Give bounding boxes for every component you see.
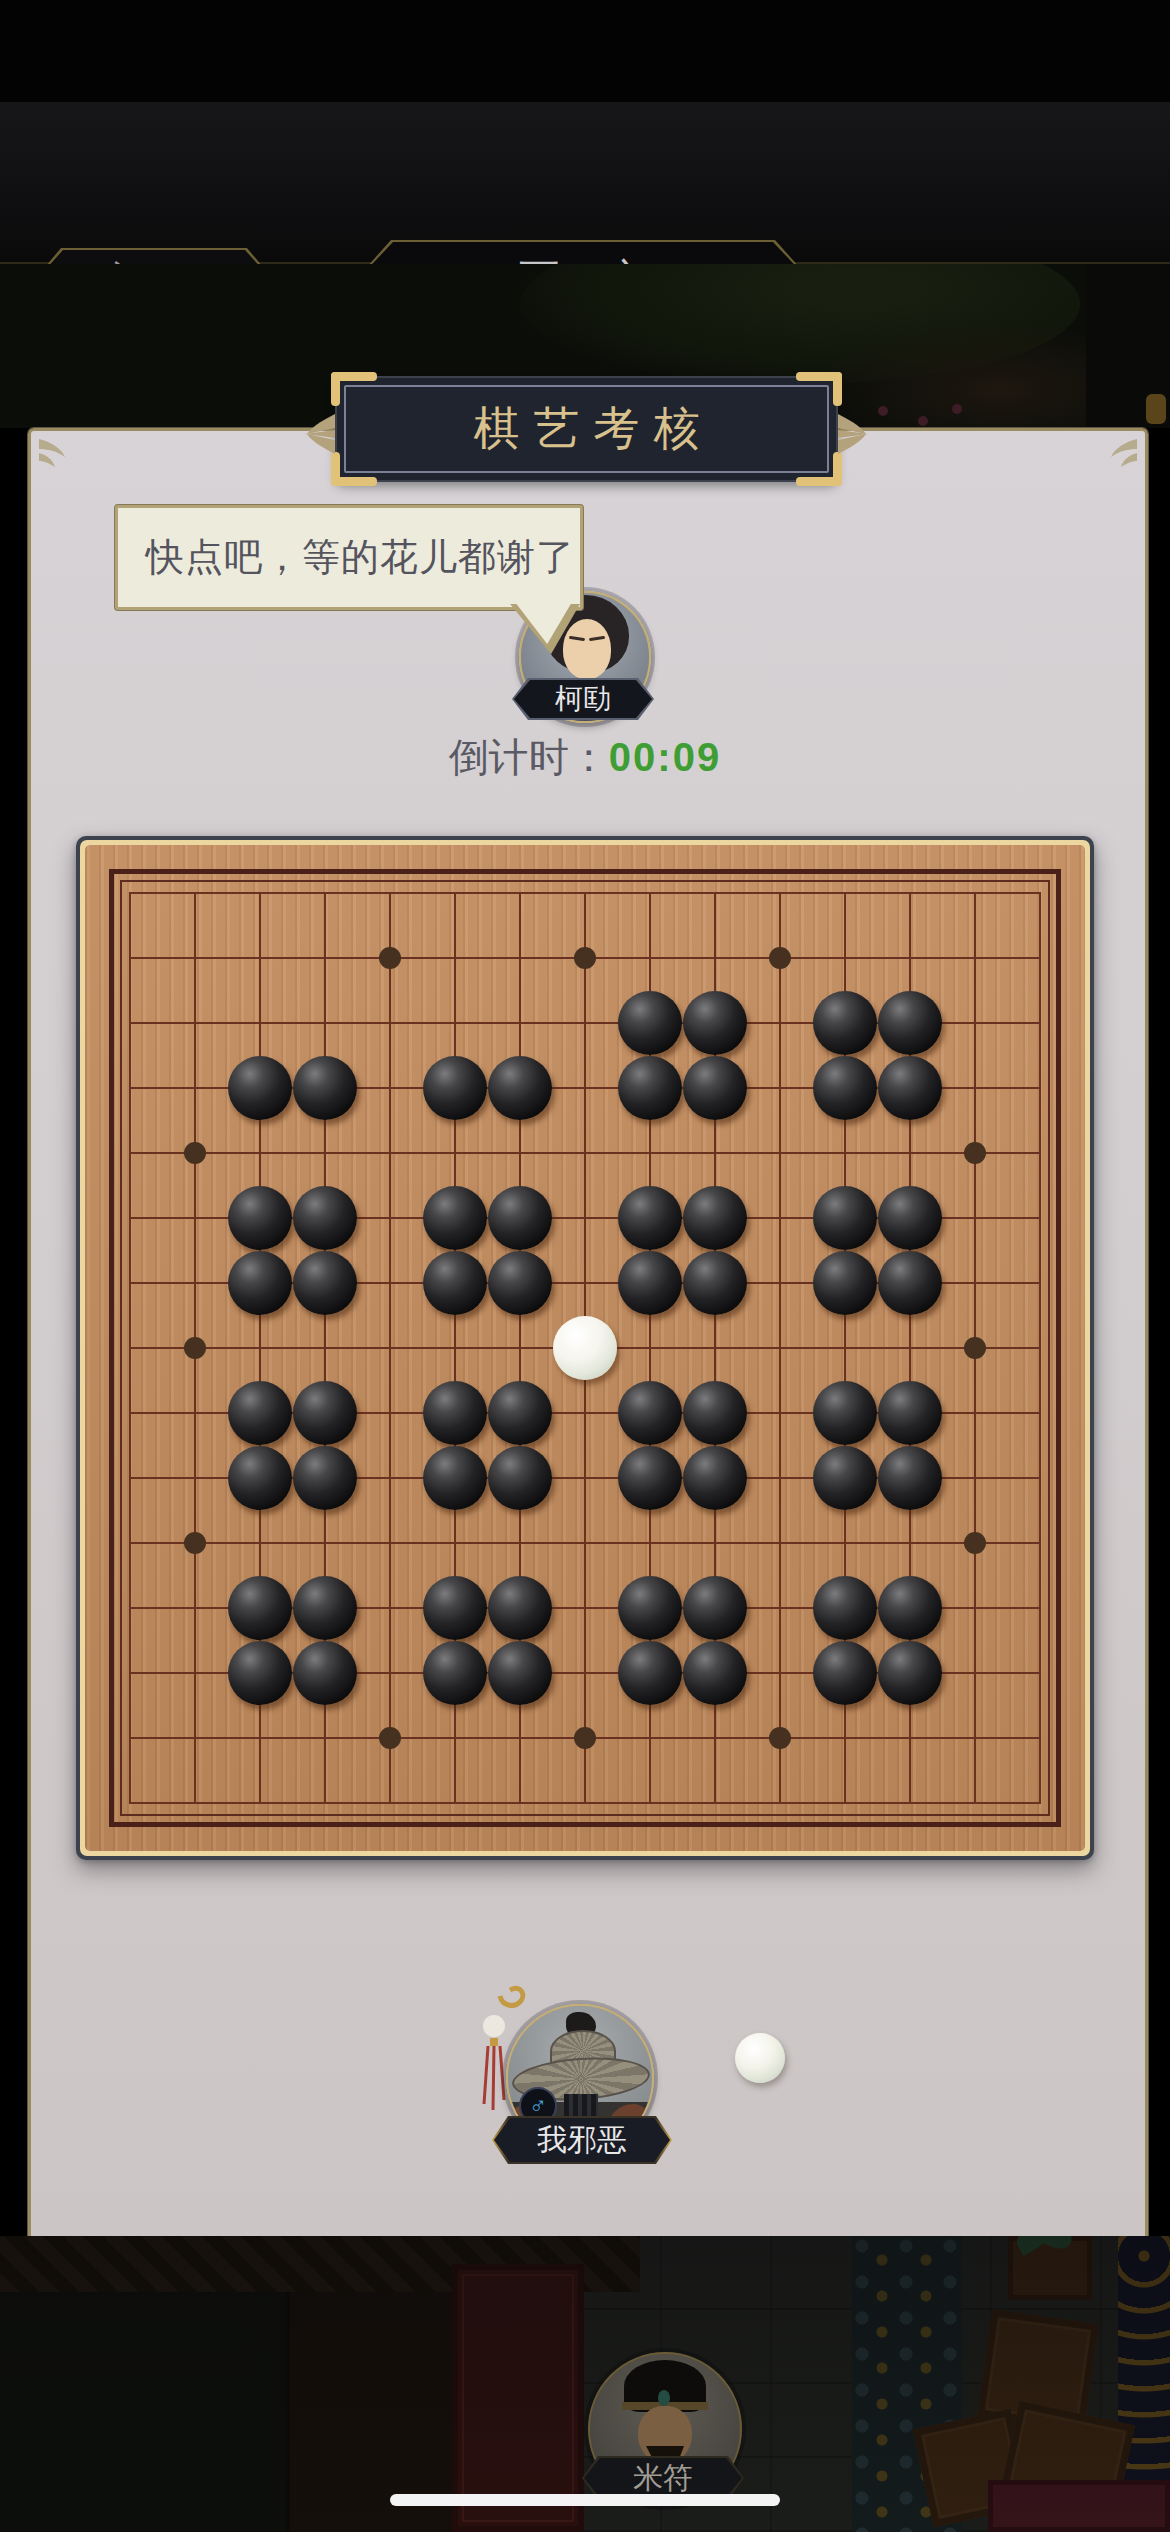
- black-stone: [618, 991, 682, 1055]
- black-stone: [683, 1641, 747, 1705]
- flower-decoration: [918, 416, 928, 426]
- black-stone: [878, 1576, 942, 1640]
- black-stone: [293, 1186, 357, 1250]
- exam-title: 棋艺考核: [337, 378, 836, 480]
- black-stone: [423, 1576, 487, 1640]
- black-stone: [813, 1381, 877, 1445]
- player-name: 我邪恶: [492, 2116, 672, 2164]
- plaque-wing-ornament: [838, 412, 868, 456]
- gold-ornament: [1146, 394, 1166, 424]
- black-stone: [618, 1576, 682, 1640]
- star-point: [379, 947, 401, 969]
- star-point: [964, 1532, 986, 1554]
- black-stone: [878, 1641, 942, 1705]
- star-point: [769, 1727, 791, 1749]
- speech-text: 快点吧，等的花儿都谢了: [146, 508, 575, 607]
- star-point: [574, 947, 596, 969]
- black-stone: [228, 1446, 292, 1510]
- black-stone: [813, 1641, 877, 1705]
- countdown-label: 倒计时：: [449, 735, 609, 779]
- black-stone: [488, 1251, 552, 1315]
- black-stone: [423, 1251, 487, 1315]
- star-point: [964, 1337, 986, 1359]
- black-stone: [683, 1056, 747, 1120]
- black-stone: [878, 1251, 942, 1315]
- star-point: [769, 947, 791, 969]
- home-indicator[interactable]: [390, 2494, 780, 2506]
- opponent-nameplate: 柯劻: [512, 678, 654, 720]
- star-point: [964, 1142, 986, 1164]
- top-bar: 离 开 西 市: [0, 102, 1170, 264]
- black-stone: [813, 1251, 877, 1315]
- star-point: [379, 1727, 401, 1749]
- black-stone: [228, 1576, 292, 1640]
- star-point: [184, 1142, 206, 1164]
- black-stone: [813, 1446, 877, 1510]
- black-stone: [488, 1381, 552, 1445]
- black-stone: [683, 1576, 747, 1640]
- black-stone: [228, 1251, 292, 1315]
- black-stone: [488, 1446, 552, 1510]
- black-stone: [293, 1251, 357, 1315]
- flower-decoration: [952, 404, 962, 414]
- black-stone: [813, 1056, 877, 1120]
- player-white-stone-indicator: [735, 2033, 785, 2083]
- black-stone: [228, 1186, 292, 1250]
- opponent-name: 柯劻: [512, 678, 654, 720]
- black-stone: [228, 1641, 292, 1705]
- black-stone: [293, 1641, 357, 1705]
- black-stone: [813, 991, 877, 1055]
- black-stone: [618, 1641, 682, 1705]
- black-stone: [423, 1446, 487, 1510]
- black-stone: [488, 1056, 552, 1120]
- status-bar: [0, 0, 1170, 102]
- black-stone: [683, 1251, 747, 1315]
- black-stone: [683, 1446, 747, 1510]
- exam-title-plaque: 棋艺考核: [337, 378, 836, 480]
- countdown: 倒计时：00:09: [0, 730, 1170, 785]
- black-stone: [878, 1381, 942, 1445]
- black-stone: [228, 1381, 292, 1445]
- black-stone: [683, 991, 747, 1055]
- black-stone: [423, 1056, 487, 1120]
- panel-corner-ornament: [1105, 437, 1139, 471]
- black-stone: [878, 1446, 942, 1510]
- black-stone: [618, 1056, 682, 1120]
- black-stone: [488, 1576, 552, 1640]
- black-stone: [293, 1381, 357, 1445]
- countdown-value: 00:09: [609, 735, 721, 779]
- black-stone: [293, 1446, 357, 1510]
- black-stone: [423, 1641, 487, 1705]
- panel-corner-ornament: [37, 437, 71, 471]
- black-stone: [488, 1186, 552, 1250]
- black-stone: [618, 1186, 682, 1250]
- black-stone: [813, 1576, 877, 1640]
- black-stone: [293, 1576, 357, 1640]
- black-stone: [293, 1056, 357, 1120]
- star-point: [574, 1727, 596, 1749]
- black-stone: [878, 1056, 942, 1120]
- black-stone: [618, 1381, 682, 1445]
- black-stone: [423, 1381, 487, 1445]
- black-stone: [683, 1186, 747, 1250]
- black-stone: [878, 991, 942, 1055]
- black-stone: [618, 1251, 682, 1315]
- goban-board: [76, 836, 1094, 1860]
- black-stone: [618, 1446, 682, 1510]
- speech-bubble: 快点吧，等的花儿都谢了: [115, 505, 583, 610]
- black-stone: [813, 1186, 877, 1250]
- black-stone: [228, 1056, 292, 1120]
- black-stone: [878, 1186, 942, 1250]
- plaque-wing-ornament: [305, 412, 335, 456]
- star-point: [184, 1532, 206, 1554]
- board-grid[interactable]: [129, 892, 1041, 1804]
- black-stone: [683, 1381, 747, 1445]
- black-stone: [488, 1641, 552, 1705]
- star-point: [184, 1337, 206, 1359]
- white-stone: [553, 1316, 617, 1380]
- flower-decoration: [878, 406, 888, 416]
- game-screen: 离 开 西 市: [0, 0, 1170, 2532]
- player-nameplate: 我邪恶: [492, 2116, 672, 2164]
- black-stone: [423, 1186, 487, 1250]
